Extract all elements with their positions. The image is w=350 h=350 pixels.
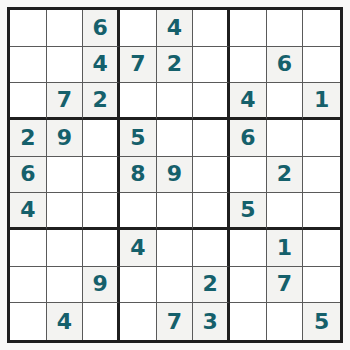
cell-r3c9[interactable]: 1 [303,83,340,120]
cell-r8c5[interactable] [157,267,194,304]
cell-r7c5[interactable] [157,230,194,267]
cell-r7c9[interactable] [303,230,340,267]
cell-r6c6[interactable] [193,193,230,230]
cell-r9c6[interactable]: 3 [193,303,230,340]
cell-r2c7[interactable] [230,47,267,84]
cell-r5c1[interactable]: 6 [10,157,47,194]
cell-r4c2[interactable]: 9 [47,120,84,157]
cell-r1c4[interactable] [120,10,157,47]
cell-r7c1[interactable] [10,230,47,267]
cell-r4c5[interactable] [157,120,194,157]
cell-r8c9[interactable] [303,267,340,304]
cell-r3c2[interactable]: 7 [47,83,84,120]
page: 64472672412956689245419274735 [0,0,350,350]
cell-r9c5[interactable]: 7 [157,303,194,340]
cell-r2c4[interactable]: 7 [120,47,157,84]
cell-r1c1[interactable] [10,10,47,47]
cell-r3c3[interactable]: 2 [83,83,120,120]
cell-r9c7[interactable] [230,303,267,340]
cell-r2c3[interactable]: 4 [83,47,120,84]
cell-r2c8[interactable]: 6 [267,47,304,84]
cell-r3c7[interactable]: 4 [230,83,267,120]
cell-r5c7[interactable] [230,157,267,194]
cell-r8c2[interactable] [47,267,84,304]
cell-r4c6[interactable] [193,120,230,157]
cell-r7c4[interactable]: 4 [120,230,157,267]
cell-r3c4[interactable] [120,83,157,120]
cell-r7c6[interactable] [193,230,230,267]
cell-r1c6[interactable] [193,10,230,47]
cell-r7c3[interactable] [83,230,120,267]
cell-r8c8[interactable]: 7 [267,267,304,304]
cell-r9c9[interactable]: 5 [303,303,340,340]
cell-r4c1[interactable]: 2 [10,120,47,157]
cell-r2c2[interactable] [47,47,84,84]
cell-r8c3[interactable]: 9 [83,267,120,304]
cell-r8c4[interactable] [120,267,157,304]
cell-r8c7[interactable] [230,267,267,304]
cell-r1c3[interactable]: 6 [83,10,120,47]
cell-r6c3[interactable] [83,193,120,230]
cell-r1c7[interactable] [230,10,267,47]
cell-r5c2[interactable] [47,157,84,194]
cell-r5c5[interactable]: 9 [157,157,194,194]
cell-r6c7[interactable]: 5 [230,193,267,230]
cell-r3c5[interactable] [157,83,194,120]
cell-r3c8[interactable] [267,83,304,120]
cell-r5c3[interactable] [83,157,120,194]
cell-r6c5[interactable] [157,193,194,230]
cell-r3c1[interactable] [10,83,47,120]
cell-r5c8[interactable]: 2 [267,157,304,194]
cell-r7c2[interactable] [47,230,84,267]
cell-r9c3[interactable] [83,303,120,340]
cell-r9c8[interactable] [267,303,304,340]
cell-r6c2[interactable] [47,193,84,230]
cell-r3c6[interactable] [193,83,230,120]
cell-r6c4[interactable] [120,193,157,230]
cell-r6c9[interactable] [303,193,340,230]
cell-r8c1[interactable] [10,267,47,304]
cell-r2c9[interactable] [303,47,340,84]
cell-r4c7[interactable]: 6 [230,120,267,157]
cell-r9c1[interactable] [10,303,47,340]
cell-r2c1[interactable] [10,47,47,84]
cell-r1c9[interactable] [303,10,340,47]
cell-r5c6[interactable] [193,157,230,194]
cell-r6c8[interactable] [267,193,304,230]
cell-r8c6[interactable]: 2 [193,267,230,304]
cell-r2c5[interactable]: 2 [157,47,194,84]
cell-r2c6[interactable] [193,47,230,84]
cell-r4c8[interactable] [267,120,304,157]
cell-r5c9[interactable] [303,157,340,194]
cell-r7c7[interactable] [230,230,267,267]
cell-r1c2[interactable] [47,10,84,47]
cell-r7c8[interactable]: 1 [267,230,304,267]
cell-r4c3[interactable] [83,120,120,157]
cell-r4c4[interactable]: 5 [120,120,157,157]
cell-r1c5[interactable]: 4 [157,10,194,47]
cell-r9c4[interactable] [120,303,157,340]
cell-r9c2[interactable]: 4 [47,303,84,340]
cell-r4c9[interactable] [303,120,340,157]
cell-r5c4[interactable]: 8 [120,157,157,194]
sudoku-board: 64472672412956689245419274735 [7,7,343,343]
cell-r1c8[interactable] [267,10,304,47]
cell-r6c1[interactable]: 4 [10,193,47,230]
